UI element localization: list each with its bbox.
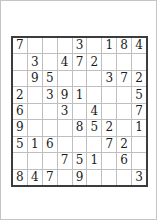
sudoku-cell-r2c5[interactable]: 7 bbox=[73, 54, 87, 69]
sudoku-cell-r9c8[interactable] bbox=[117, 170, 131, 185]
puzzle-page: 7318434729537223915634798521516727516847… bbox=[0, 0, 157, 220]
sudoku-cell-r5c3[interactable] bbox=[43, 104, 57, 119]
sudoku-cell-r8c3[interactable] bbox=[43, 153, 57, 168]
sudoku-cell-r1c9[interactable]: 4 bbox=[132, 38, 146, 53]
sudoku-cell-r8c8[interactable]: 6 bbox=[117, 153, 131, 168]
sudoku-cell-r8c9[interactable] bbox=[132, 153, 146, 168]
sudoku-cell-r4c5[interactable]: 1 bbox=[73, 87, 87, 102]
sudoku-cell-r4c1[interactable]: 2 bbox=[13, 87, 27, 102]
sudoku-cell-r4c4[interactable]: 9 bbox=[58, 87, 72, 102]
sudoku-board: 7318434729537223915634798521516727516847… bbox=[11, 36, 148, 187]
sudoku-cell-r2c1[interactable] bbox=[13, 54, 27, 69]
sudoku-cell-r3c1[interactable] bbox=[13, 71, 27, 86]
sudoku-cell-r9c7[interactable] bbox=[102, 170, 116, 185]
sudoku-cell-r2c9[interactable] bbox=[132, 54, 146, 69]
sudoku-cell-r6c2[interactable] bbox=[28, 120, 42, 135]
sudoku-cell-r9c9[interactable]: 3 bbox=[132, 170, 146, 185]
sudoku-cell-r7c9[interactable] bbox=[132, 137, 146, 152]
sudoku-cell-r5c1[interactable]: 6 bbox=[13, 104, 27, 119]
sudoku-cell-r9c2[interactable]: 4 bbox=[28, 170, 42, 185]
sudoku-cell-r5c7[interactable] bbox=[102, 104, 116, 119]
sudoku-cell-r6c4[interactable] bbox=[58, 120, 72, 135]
sudoku-cell-r6c5[interactable]: 8 bbox=[73, 120, 87, 135]
sudoku-cell-r4c6[interactable] bbox=[87, 87, 101, 102]
sudoku-cell-r6c8[interactable] bbox=[117, 120, 131, 135]
sudoku-cell-r1c4[interactable] bbox=[58, 38, 72, 53]
sudoku-cell-r6c9[interactable]: 1 bbox=[132, 120, 146, 135]
sudoku-cell-r8c1[interactable] bbox=[13, 153, 27, 168]
sudoku-cell-r7c5[interactable] bbox=[73, 137, 87, 152]
sudoku-cell-r3c7[interactable]: 3 bbox=[102, 71, 116, 86]
sudoku-cell-r2c3[interactable] bbox=[43, 54, 57, 69]
sudoku-cell-r5c5[interactable] bbox=[73, 104, 87, 119]
sudoku-cell-r2c8[interactable] bbox=[117, 54, 131, 69]
sudoku-cell-r7c3[interactable]: 6 bbox=[43, 137, 57, 152]
sudoku-cell-r3c3[interactable]: 5 bbox=[43, 71, 57, 86]
sudoku-cell-r1c2[interactable] bbox=[28, 38, 42, 53]
sudoku-cell-r4c2[interactable] bbox=[28, 87, 42, 102]
sudoku-cell-r7c4[interactable] bbox=[58, 137, 72, 152]
sudoku-cell-r4c7[interactable] bbox=[102, 87, 116, 102]
sudoku-cell-r9c4[interactable] bbox=[58, 170, 72, 185]
sudoku-cell-r4c9[interactable]: 5 bbox=[132, 87, 146, 102]
sudoku-cell-r1c8[interactable]: 8 bbox=[117, 38, 131, 53]
sudoku-cell-r1c1[interactable]: 7 bbox=[13, 38, 27, 53]
sudoku-cell-r9c5[interactable]: 9 bbox=[73, 170, 87, 185]
sudoku-cell-r3c9[interactable]: 2 bbox=[132, 71, 146, 86]
sudoku-cell-r8c6[interactable]: 1 bbox=[87, 153, 101, 168]
sudoku-cell-r7c8[interactable]: 2 bbox=[117, 137, 131, 152]
sudoku-cell-r6c7[interactable]: 2 bbox=[102, 120, 116, 135]
sudoku-cell-r4c8[interactable] bbox=[117, 87, 131, 102]
sudoku-cell-r3c4[interactable] bbox=[58, 71, 72, 86]
sudoku-cell-r1c5[interactable]: 3 bbox=[73, 38, 87, 53]
sudoku-cell-r6c1[interactable]: 9 bbox=[13, 120, 27, 135]
sudoku-cell-r2c2[interactable]: 3 bbox=[28, 54, 42, 69]
sudoku-cell-r7c7[interactable]: 7 bbox=[102, 137, 116, 152]
sudoku-cell-r2c6[interactable]: 2 bbox=[87, 54, 101, 69]
sudoku-cell-r8c4[interactable]: 7 bbox=[58, 153, 72, 168]
sudoku-cell-r6c6[interactable]: 5 bbox=[87, 120, 101, 135]
sudoku-cell-r7c6[interactable] bbox=[87, 137, 101, 152]
sudoku-cell-r1c7[interactable]: 1 bbox=[102, 38, 116, 53]
sudoku-cell-r9c3[interactable]: 7 bbox=[43, 170, 57, 185]
sudoku-cell-r3c2[interactable]: 9 bbox=[28, 71, 42, 86]
sudoku-cell-r1c6[interactable] bbox=[87, 38, 101, 53]
sudoku-cell-r5c4[interactable]: 3 bbox=[58, 104, 72, 119]
sudoku-cell-r3c6[interactable] bbox=[87, 71, 101, 86]
sudoku-cell-r9c1[interactable]: 8 bbox=[13, 170, 27, 185]
sudoku-cell-r7c2[interactable]: 1 bbox=[28, 137, 42, 152]
sudoku-cell-r5c9[interactable]: 7 bbox=[132, 104, 146, 119]
sudoku-cell-r7c1[interactable]: 5 bbox=[13, 137, 27, 152]
sudoku-cell-r8c5[interactable]: 5 bbox=[73, 153, 87, 168]
sudoku-cell-r5c2[interactable] bbox=[28, 104, 42, 119]
sudoku-cell-r4c3[interactable]: 3 bbox=[43, 87, 57, 102]
sudoku-cell-r8c2[interactable] bbox=[28, 153, 42, 168]
sudoku-cell-r6c3[interactable] bbox=[43, 120, 57, 135]
sudoku-cell-r8c7[interactable] bbox=[102, 153, 116, 168]
sudoku-cell-r5c6[interactable]: 4 bbox=[87, 104, 101, 119]
sudoku-cell-r3c8[interactable]: 7 bbox=[117, 71, 131, 86]
sudoku-cell-r9c6[interactable] bbox=[87, 170, 101, 185]
sudoku-cell-r5c8[interactable] bbox=[117, 104, 131, 119]
sudoku-cell-r2c7[interactable] bbox=[102, 54, 116, 69]
sudoku-cell-r1c3[interactable] bbox=[43, 38, 57, 53]
sudoku-cell-r2c4[interactable]: 4 bbox=[58, 54, 72, 69]
sudoku-cell-r3c5[interactable] bbox=[73, 71, 87, 86]
